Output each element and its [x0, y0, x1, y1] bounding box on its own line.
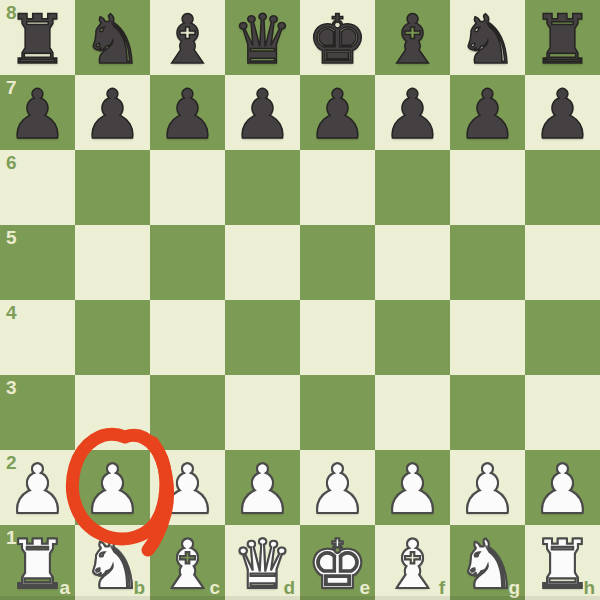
piece-white-pawn-e2[interactable]: ♟ [307, 452, 368, 527]
square-e6[interactable] [300, 150, 375, 225]
square-b3[interactable] [75, 375, 150, 450]
piece-white-pawn-b2[interactable]: ♟ [82, 452, 143, 527]
piece-black-king-e8[interactable]: ♚ [307, 2, 368, 77]
square-f6[interactable] [375, 150, 450, 225]
piece-white-pawn-f2[interactable]: ♟ [382, 452, 443, 527]
rank-label-3: 3 [6, 378, 17, 397]
piece-black-pawn-h7[interactable]: ♟ [532, 77, 593, 152]
square-g3[interactable] [450, 375, 525, 450]
square-g5[interactable] [450, 225, 525, 300]
piece-black-knight-g8[interactable]: ♞ [457, 2, 518, 77]
square-d4[interactable] [225, 300, 300, 375]
square-c8[interactable]: ♝ [150, 0, 225, 75]
piece-white-bishop-f1[interactable]: ♝ [382, 527, 443, 600]
square-b6[interactable] [75, 150, 150, 225]
piece-white-knight-b1[interactable]: ♞ [82, 527, 143, 600]
piece-white-bishop-c1[interactable]: ♝ [157, 527, 218, 600]
piece-white-queen-d1[interactable]: ♛ [232, 527, 293, 600]
square-f4[interactable] [375, 300, 450, 375]
square-d6[interactable] [225, 150, 300, 225]
piece-white-pawn-g2[interactable]: ♟ [457, 452, 518, 527]
square-h4[interactable] [525, 300, 600, 375]
square-f3[interactable] [375, 375, 450, 450]
chess-board: 8♜♞♝♛♚♝♞♜7♟♟♟♟♟♟♟♟65432♟♟♟♟♟♟♟♟1a♜b♞c♝d♛… [0, 0, 600, 600]
piece-black-bishop-c8[interactable]: ♝ [157, 2, 218, 77]
square-d3[interactable] [225, 375, 300, 450]
square-d2[interactable]: ♟ [225, 450, 300, 525]
piece-black-pawn-f7[interactable]: ♟ [382, 77, 443, 152]
piece-white-pawn-h2[interactable]: ♟ [532, 452, 593, 527]
square-g6[interactable] [450, 150, 525, 225]
rank-label-6: 6 [6, 153, 17, 172]
square-a8[interactable]: 8♜ [0, 0, 75, 75]
square-h5[interactable] [525, 225, 600, 300]
square-a1[interactable]: 1a♜ [0, 525, 75, 600]
square-a4[interactable]: 4 [0, 300, 75, 375]
square-f7[interactable]: ♟ [375, 75, 450, 150]
square-d7[interactable]: ♟ [225, 75, 300, 150]
square-c2[interactable]: ♟ [150, 450, 225, 525]
square-c7[interactable]: ♟ [150, 75, 225, 150]
square-g8[interactable]: ♞ [450, 0, 525, 75]
piece-white-rook-h1[interactable]: ♜ [532, 527, 593, 600]
square-h3[interactable] [525, 375, 600, 450]
square-h7[interactable]: ♟ [525, 75, 600, 150]
square-e1[interactable]: e♚ [300, 525, 375, 600]
square-f5[interactable] [375, 225, 450, 300]
square-c3[interactable] [150, 375, 225, 450]
square-e3[interactable] [300, 375, 375, 450]
square-g4[interactable] [450, 300, 525, 375]
square-h2[interactable]: ♟ [525, 450, 600, 525]
square-c1[interactable]: c♝ [150, 525, 225, 600]
square-a5[interactable]: 5 [0, 225, 75, 300]
square-e2[interactable]: ♟ [300, 450, 375, 525]
square-d1[interactable]: d♛ [225, 525, 300, 600]
piece-white-knight-g1[interactable]: ♞ [457, 527, 518, 600]
square-f8[interactable]: ♝ [375, 0, 450, 75]
piece-black-queen-d8[interactable]: ♛ [232, 2, 293, 77]
piece-white-pawn-c2[interactable]: ♟ [157, 452, 218, 527]
piece-black-pawn-a7[interactable]: ♟ [7, 77, 68, 152]
square-e7[interactable]: ♟ [300, 75, 375, 150]
square-a3[interactable]: 3 [0, 375, 75, 450]
piece-white-rook-a1[interactable]: ♜ [7, 527, 68, 600]
square-f1[interactable]: f♝ [375, 525, 450, 600]
square-c4[interactable] [150, 300, 225, 375]
square-h8[interactable]: ♜ [525, 0, 600, 75]
piece-black-rook-a8[interactable]: ♜ [7, 2, 68, 77]
piece-black-rook-h8[interactable]: ♜ [532, 2, 593, 77]
piece-white-pawn-d2[interactable]: ♟ [232, 452, 293, 527]
square-h6[interactable] [525, 150, 600, 225]
square-a2[interactable]: 2♟ [0, 450, 75, 525]
square-a7[interactable]: 7♟ [0, 75, 75, 150]
square-e8[interactable]: ♚ [300, 0, 375, 75]
square-b1[interactable]: b♞ [75, 525, 150, 600]
piece-black-pawn-d7[interactable]: ♟ [232, 77, 293, 152]
rank-label-5: 5 [6, 228, 17, 247]
square-b5[interactable] [75, 225, 150, 300]
piece-black-pawn-e7[interactable]: ♟ [307, 77, 368, 152]
piece-white-pawn-a2[interactable]: ♟ [7, 452, 68, 527]
square-a6[interactable]: 6 [0, 150, 75, 225]
square-g7[interactable]: ♟ [450, 75, 525, 150]
square-g2[interactable]: ♟ [450, 450, 525, 525]
square-d5[interactable] [225, 225, 300, 300]
square-e4[interactable] [300, 300, 375, 375]
square-h1[interactable]: h♜ [525, 525, 600, 600]
square-c6[interactable] [150, 150, 225, 225]
square-c5[interactable] [150, 225, 225, 300]
piece-black-pawn-g7[interactable]: ♟ [457, 77, 518, 152]
square-e5[interactable] [300, 225, 375, 300]
square-b4[interactable] [75, 300, 150, 375]
square-f2[interactable]: ♟ [375, 450, 450, 525]
square-g1[interactable]: g♞ [450, 525, 525, 600]
square-b8[interactable]: ♞ [75, 0, 150, 75]
piece-black-knight-b8[interactable]: ♞ [82, 2, 143, 77]
rank-label-4: 4 [6, 303, 17, 322]
piece-black-bishop-f8[interactable]: ♝ [382, 2, 443, 77]
square-b2[interactable]: ♟ [75, 450, 150, 525]
square-b7[interactable]: ♟ [75, 75, 150, 150]
piece-white-king-e1[interactable]: ♚ [307, 527, 368, 600]
piece-black-pawn-c7[interactable]: ♟ [157, 77, 218, 152]
piece-black-pawn-b7[interactable]: ♟ [82, 77, 143, 152]
square-d8[interactable]: ♛ [225, 0, 300, 75]
